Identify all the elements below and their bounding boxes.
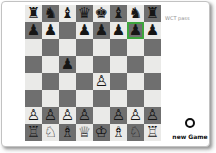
square-h1[interactable]: ♖ <box>144 124 161 141</box>
square-b8[interactable]: ♞ <box>42 5 59 22</box>
piece-black-knight: ♞ <box>44 5 57 22</box>
square-a2[interactable]: ♙ <box>25 107 42 124</box>
square-a3[interactable] <box>25 90 42 107</box>
square-b5[interactable] <box>42 56 59 73</box>
square-c8[interactable]: ♝ <box>59 5 76 22</box>
square-e1[interactable]: ♔ <box>93 124 110 141</box>
square-g4[interactable] <box>127 73 144 90</box>
square-h8[interactable]: ♜ <box>144 5 161 22</box>
app-window: ♜♞♝♛♚♝♞♜♟♟♟♟♟♟♟♟♙♙♙♙♙♙♙♙♖♘♗♕♔♗♘♖ WCT pas… <box>1 1 210 147</box>
square-e2[interactable] <box>93 107 110 124</box>
square-c5[interactable]: ♟ <box>59 56 76 73</box>
piece-black-pawn: ♟ <box>61 56 74 73</box>
square-b1[interactable]: ♘ <box>42 124 59 141</box>
square-c1[interactable]: ♗ <box>59 124 76 141</box>
piece-black-rook: ♜ <box>27 5 40 22</box>
piece-black-pawn: ♟ <box>146 22 159 39</box>
square-g6[interactable] <box>127 39 144 56</box>
square-f7[interactable]: ♟ <box>110 22 127 39</box>
piece-white-pawn: ♙ <box>27 107 40 124</box>
square-e4[interactable]: ♙ <box>93 73 110 90</box>
square-g1[interactable]: ♘ <box>127 124 144 141</box>
square-d3[interactable] <box>76 90 93 107</box>
piece-black-rook: ♜ <box>146 5 159 22</box>
chess-board: ♜♞♝♛♚♝♞♜♟♟♟♟♟♟♟♟♙♙♙♙♙♙♙♙♖♘♗♕♔♗♘♖ <box>25 5 161 141</box>
piece-white-knight: ♘ <box>129 124 142 141</box>
piece-white-pawn: ♙ <box>112 107 125 124</box>
piece-white-pawn: ♙ <box>61 107 74 124</box>
piece-black-bishop: ♝ <box>61 5 74 22</box>
square-c4[interactable] <box>59 73 76 90</box>
status-text: WCT pass <box>165 15 205 21</box>
square-a4[interactable] <box>25 73 42 90</box>
square-e6[interactable] <box>93 39 110 56</box>
square-b6[interactable] <box>42 39 59 56</box>
piece-black-pawn: ♟ <box>27 22 40 39</box>
square-f2[interactable]: ♙ <box>110 107 127 124</box>
piece-black-pawn: ♟ <box>44 22 57 39</box>
square-h3[interactable] <box>144 90 161 107</box>
piece-white-knight: ♘ <box>44 124 57 141</box>
piece-white-bishop: ♗ <box>112 124 125 141</box>
square-a6[interactable] <box>25 39 42 56</box>
piece-white-bishop: ♗ <box>61 124 74 141</box>
piece-white-pawn: ♙ <box>129 107 142 124</box>
square-h5[interactable] <box>144 56 161 73</box>
square-g7[interactable]: ♟ <box>127 22 144 39</box>
square-d4[interactable] <box>76 73 93 90</box>
square-f1[interactable]: ♗ <box>110 124 127 141</box>
piece-white-rook: ♖ <box>146 124 159 141</box>
square-f6[interactable] <box>110 39 127 56</box>
square-e8[interactable]: ♚ <box>93 5 110 22</box>
piece-white-queen: ♕ <box>78 124 91 141</box>
square-g8[interactable]: ♞ <box>127 5 144 22</box>
piece-black-queen: ♛ <box>78 5 91 22</box>
square-b7[interactable]: ♟ <box>42 22 59 39</box>
piece-black-pawn: ♟ <box>95 22 108 39</box>
new-game-icon[interactable] <box>185 118 195 128</box>
square-b3[interactable] <box>42 90 59 107</box>
piece-white-pawn: ♙ <box>78 107 91 124</box>
piece-black-knight: ♞ <box>129 5 142 22</box>
square-c7[interactable] <box>59 22 76 39</box>
square-d8[interactable]: ♛ <box>76 5 93 22</box>
square-d6[interactable] <box>76 39 93 56</box>
square-g2[interactable]: ♙ <box>127 107 144 124</box>
square-a1[interactable]: ♖ <box>25 124 42 141</box>
square-b2[interactable]: ♙ <box>42 107 59 124</box>
square-a5[interactable] <box>25 56 42 73</box>
new-game-control: new Game <box>170 113 209 140</box>
square-h4[interactable] <box>144 73 161 90</box>
square-g5[interactable] <box>127 56 144 73</box>
square-f4[interactable] <box>110 73 127 90</box>
square-e5[interactable] <box>93 56 110 73</box>
window-content: ♜♞♝♛♚♝♞♜♟♟♟♟♟♟♟♟♙♙♙♙♙♙♙♙♖♘♗♕♔♗♘♖ WCT pas… <box>2 2 209 146</box>
square-d5[interactable] <box>76 56 93 73</box>
square-e3[interactable] <box>93 90 110 107</box>
square-f5[interactable] <box>110 56 127 73</box>
piece-black-bishop: ♝ <box>112 5 125 22</box>
square-d2[interactable]: ♙ <box>76 107 93 124</box>
piece-black-king: ♚ <box>95 5 108 22</box>
square-a8[interactable]: ♜ <box>25 5 42 22</box>
square-e7[interactable]: ♟ <box>93 22 110 39</box>
square-h6[interactable] <box>144 39 161 56</box>
square-f3[interactable] <box>110 90 127 107</box>
square-d1[interactable]: ♕ <box>76 124 93 141</box>
piece-black-pawn: ♟ <box>129 22 142 39</box>
piece-white-pawn: ♙ <box>146 107 159 124</box>
square-a7[interactable]: ♟ <box>25 22 42 39</box>
square-c6[interactable] <box>59 39 76 56</box>
square-d7[interactable]: ♟ <box>76 22 93 39</box>
square-g3[interactable] <box>127 90 144 107</box>
piece-black-pawn: ♟ <box>78 22 91 39</box>
piece-white-king: ♔ <box>95 124 108 141</box>
square-h2[interactable]: ♙ <box>144 107 161 124</box>
piece-white-rook: ♖ <box>27 124 40 141</box>
new-game-button[interactable]: new Game <box>170 133 209 140</box>
square-c3[interactable] <box>59 90 76 107</box>
square-f8[interactable]: ♝ <box>110 5 127 22</box>
square-b4[interactable] <box>42 73 59 90</box>
square-c2[interactable]: ♙ <box>59 107 76 124</box>
piece-white-pawn: ♙ <box>44 107 57 124</box>
piece-black-pawn: ♟ <box>112 22 125 39</box>
piece-white-pawn: ♙ <box>95 73 108 90</box>
square-h7[interactable]: ♟ <box>144 22 161 39</box>
